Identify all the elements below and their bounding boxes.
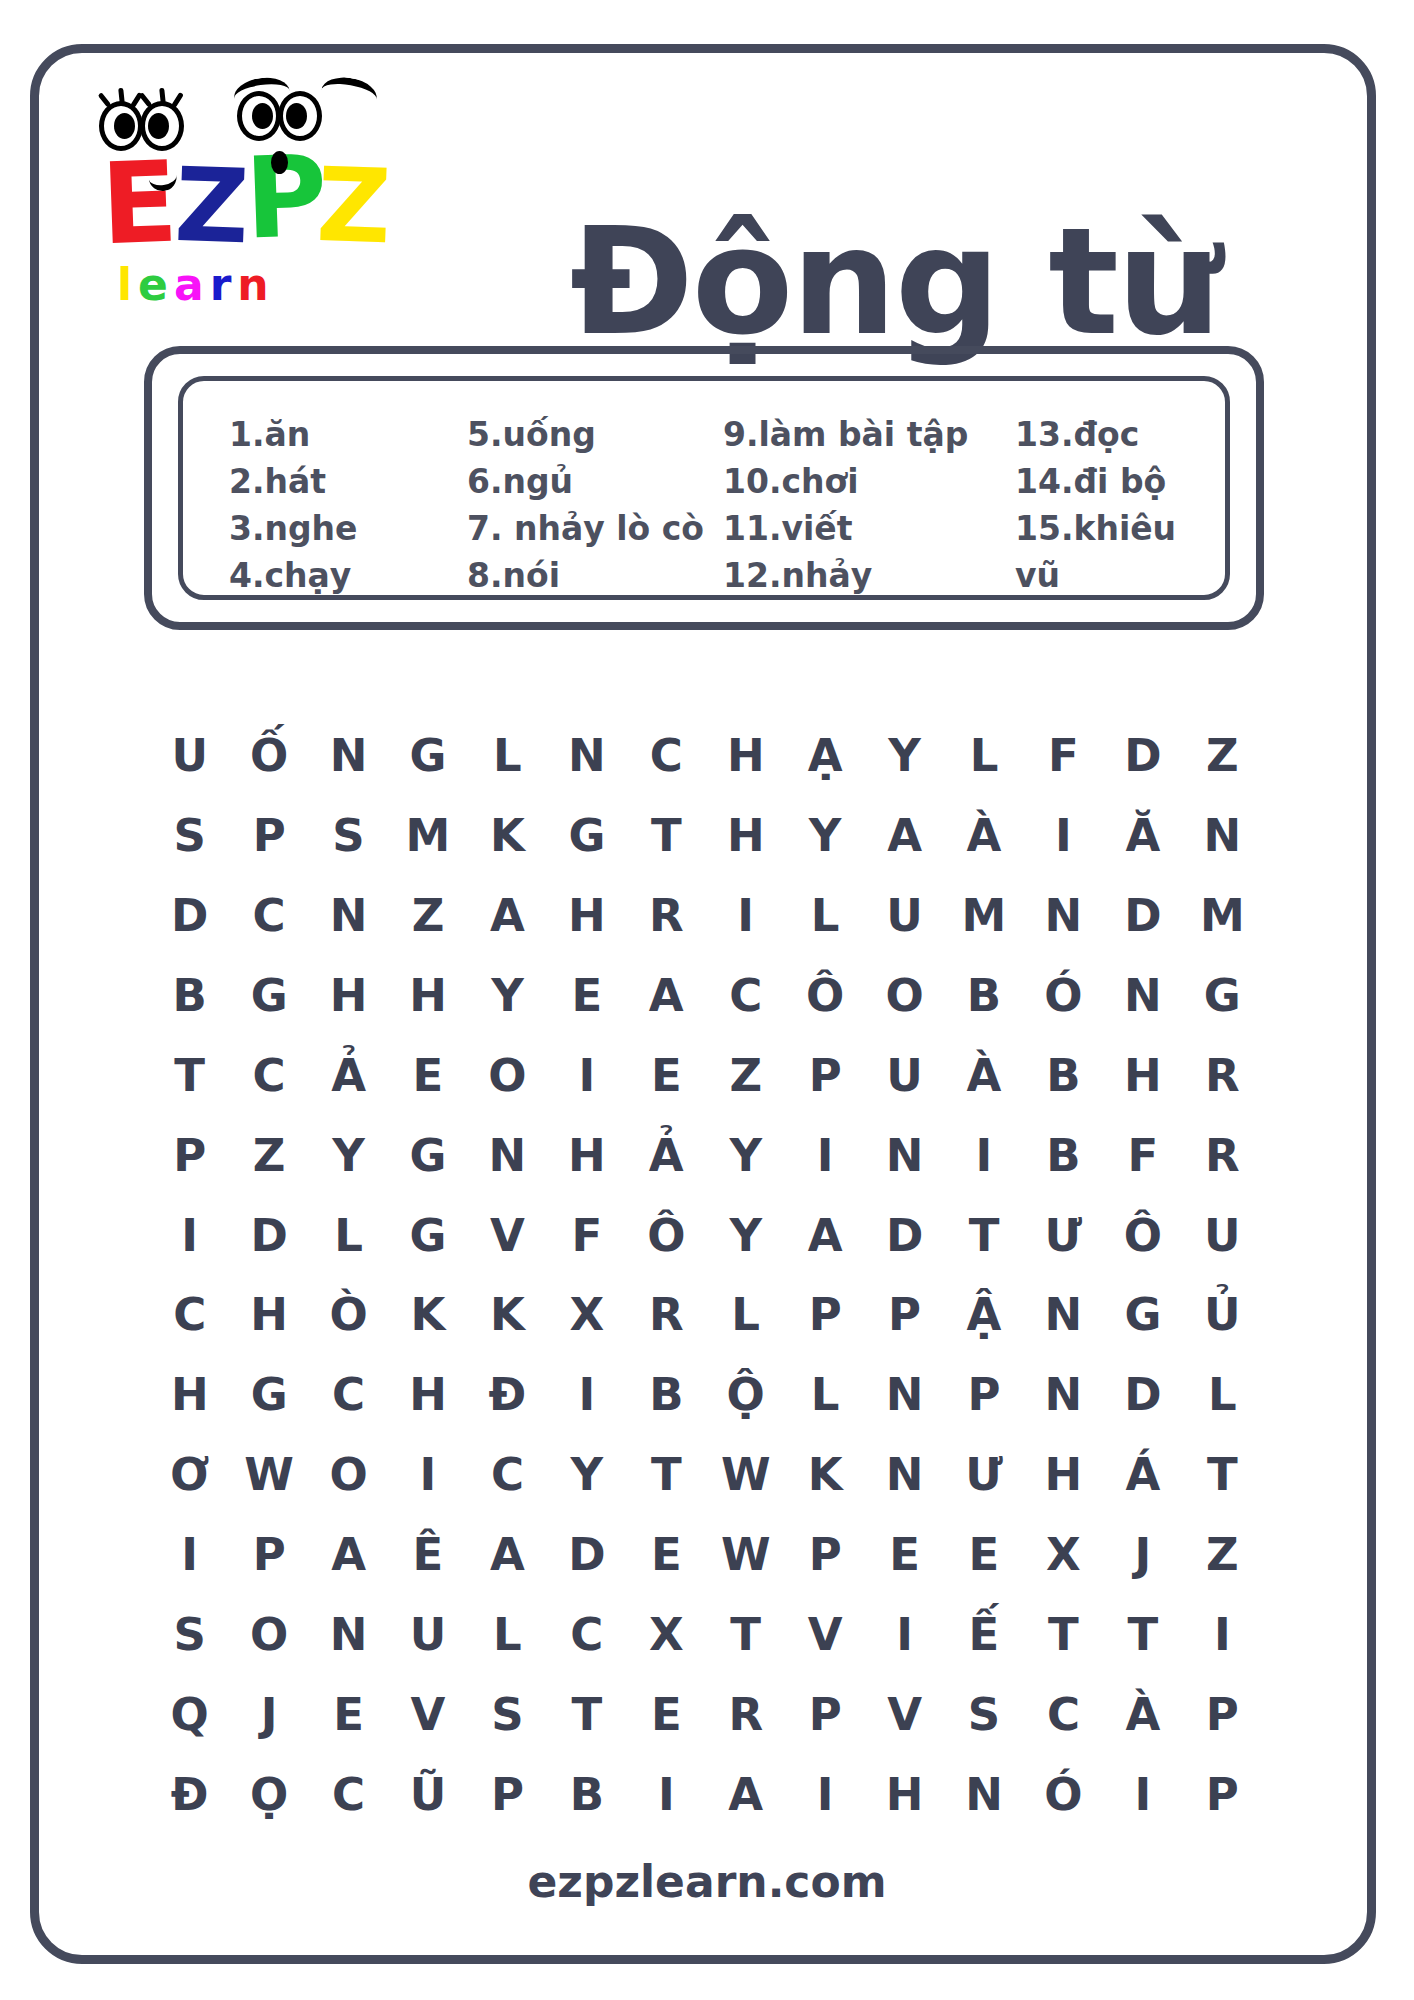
grid-cell-r14c14[interactable]: P (1183, 1754, 1262, 1834)
word-item-15: 15.khiêu vũ (1015, 505, 1225, 552)
grid-cell-r7c2[interactable]: D (229, 1195, 308, 1275)
grid-cell-r11c9[interactable]: P (785, 1515, 864, 1595)
grid-cell-r11c4[interactable]: Ê (388, 1515, 467, 1595)
grid-cell-r2c3[interactable]: S (309, 796, 388, 876)
grid-cell-r6c1[interactable]: P (150, 1115, 229, 1195)
grid-cell-r9c9[interactable]: L (785, 1355, 864, 1435)
grid-cell-r3c5[interactable]: A (468, 876, 547, 956)
surprised-mouth-icon (271, 151, 288, 174)
grid-cell-r10c12[interactable]: H (1024, 1435, 1103, 1515)
grid-cell-r8c2[interactable]: H (229, 1275, 308, 1355)
grid-cell-r14c10[interactable]: H (865, 1754, 944, 1834)
grid-cell-r6c13[interactable]: F (1103, 1115, 1182, 1195)
logo-letter-e: E (99, 146, 179, 261)
grid-cell-r4c7[interactable]: A (627, 956, 706, 1036)
grid-cell-r5c3[interactable]: Ả (309, 1035, 388, 1115)
grid-cell-r3c11[interactable]: M (944, 876, 1023, 956)
grid-cell-r6c10[interactable]: N (865, 1115, 944, 1195)
googly-eyes-lashes-icon (99, 101, 184, 151)
grid-cell-r10c2[interactable]: W (229, 1435, 308, 1515)
grid-cell-r11c14[interactable]: Z (1183, 1515, 1262, 1595)
grid-cell-r3c2[interactable]: C (229, 876, 308, 956)
grid-cell-r4c11[interactable]: B (944, 956, 1023, 1036)
grid-cell-r6c9[interactable]: I (785, 1115, 864, 1195)
word-list-box: 1.ăn 2.hát 3.nghe 4.chạy 5.uống 6.ngủ 7.… (144, 346, 1264, 630)
word-item-14: 14.đi bộ (1015, 458, 1225, 505)
grid-cell-r8c13[interactable]: G (1103, 1275, 1182, 1355)
grid-cell-r4c1[interactable]: B (150, 956, 229, 1036)
grid-cell-r13c12[interactable]: C (1024, 1674, 1103, 1754)
grid-cell-r10c7[interactable]: T (627, 1435, 706, 1515)
grid-cell-r14c6[interactable]: B (547, 1754, 626, 1834)
grid-cell-r8c12[interactable]: N (1024, 1275, 1103, 1355)
grid-cell-r1c13[interactable]: D (1103, 716, 1182, 796)
grid-cell-r6c4[interactable]: G (388, 1115, 467, 1195)
grid-cell-r14c4[interactable]: Ũ (388, 1754, 467, 1834)
word-item-3: 3.nghe (229, 505, 467, 552)
grid-cell-r4c8[interactable]: C (706, 956, 785, 1036)
logo-letter-z1: Z (173, 154, 250, 259)
site-url: ezpzlearn.com (0, 1856, 1414, 1907)
grid-cell-r12c7[interactable]: X (627, 1594, 706, 1674)
grid-cell-r13c14[interactable]: P (1183, 1674, 1262, 1754)
grid-cell-r9c3[interactable]: C (309, 1355, 388, 1435)
logo-learn-word: learn (117, 263, 275, 307)
learn-letter: e (138, 259, 174, 310)
grid-cell-r1c1[interactable]: U (150, 716, 229, 796)
grid-cell-r9c14[interactable]: L (1183, 1355, 1262, 1435)
grid-cell-r3c8[interactable]: I (706, 876, 785, 956)
grid-cell-r8c9[interactable]: P (785, 1275, 864, 1355)
grid-cell-r12c5[interactable]: L (468, 1594, 547, 1674)
grid-cell-r6c6[interactable]: H (547, 1115, 626, 1195)
grid-cell-r10c9[interactable]: K (785, 1435, 864, 1515)
grid-cell-r11c5[interactable]: A (468, 1515, 547, 1595)
grid-cell-r7c13[interactable]: Ô (1103, 1195, 1182, 1275)
grid-cell-r11c1[interactable]: I (150, 1515, 229, 1595)
grid-cell-r11c12[interactable]: X (1024, 1515, 1103, 1595)
grid-cell-r10c14[interactable]: T (1183, 1435, 1262, 1515)
grid-cell-r6c7[interactable]: Ả (627, 1115, 706, 1195)
grid-cell-r3c9[interactable]: L (785, 876, 864, 956)
grid-cell-r2c9[interactable]: Y (785, 796, 864, 876)
grid-cell-r13c7[interactable]: E (627, 1674, 706, 1754)
grid-cell-r5c1[interactable]: T (150, 1035, 229, 1115)
grid-cell-r3c4[interactable]: Z (388, 876, 467, 956)
googly-eyes-brows-icon (237, 91, 322, 141)
grid-cell-r12c8[interactable]: T (706, 1594, 785, 1674)
grid-cell-r1c10[interactable]: Y (865, 716, 944, 796)
grid-cell-r12c2[interactable]: O (229, 1594, 308, 1674)
grid-cell-r8c6[interactable]: X (547, 1275, 626, 1355)
grid-cell-r13c4[interactable]: V (388, 1674, 467, 1754)
grid-cell-r10c6[interactable]: Y (547, 1435, 626, 1515)
grid-cell-r12c12[interactable]: T (1024, 1594, 1103, 1674)
grid-cell-r6c12[interactable]: B (1024, 1115, 1103, 1195)
grid-cell-r8c5[interactable]: K (468, 1275, 547, 1355)
grid-cell-r10c1[interactable]: Ơ (150, 1435, 229, 1515)
grid-cell-r13c6[interactable]: T (547, 1674, 626, 1754)
grid-cell-r5c6[interactable]: I (547, 1035, 626, 1115)
learn-letter: a (174, 259, 210, 310)
grid-cell-r10c11[interactable]: Ư (944, 1435, 1023, 1515)
grid-cell-r7c8[interactable]: Y (706, 1195, 785, 1275)
word-item-13: 13.đọc (1015, 411, 1225, 458)
grid-cell-r13c1[interactable]: Q (150, 1674, 229, 1754)
word-item-7: 7. nhảy lò cò (467, 505, 723, 552)
grid-cell-r10c13[interactable]: Á (1103, 1435, 1182, 1515)
grid-cell-r2c7[interactable]: T (627, 796, 706, 876)
grid-cell-r5c2[interactable]: C (229, 1035, 308, 1115)
grid-cell-r12c6[interactable]: C (547, 1594, 626, 1674)
grid-cell-r7c1[interactable]: I (150, 1195, 229, 1275)
grid-cell-r5c14[interactable]: R (1183, 1035, 1262, 1115)
grid-cell-r12c14[interactable]: I (1183, 1594, 1262, 1674)
grid-cell-r4c2[interactable]: G (229, 956, 308, 1036)
grid-cell-r8c3[interactable]: Ò (309, 1275, 388, 1355)
grid-cell-r14c1[interactable]: Đ (150, 1754, 229, 1834)
word-item-9: 9.làm bài tập (723, 411, 1015, 458)
grid-cell-r11c11[interactable]: E (944, 1515, 1023, 1595)
grid-cell-r9c13[interactable]: D (1103, 1355, 1182, 1435)
grid-cell-r7c3[interactable]: L (309, 1195, 388, 1275)
grid-cell-r3c1[interactable]: D (150, 876, 229, 956)
grid-cell-r5c10[interactable]: U (865, 1035, 944, 1115)
grid-cell-r13c10[interactable]: V (865, 1674, 944, 1754)
grid-cell-r2c12[interactable]: I (1024, 796, 1103, 876)
grid-cell-r1c4[interactable]: G (388, 716, 467, 796)
grid-cell-r12c10[interactable]: I (865, 1594, 944, 1674)
grid-cell-r3c13[interactable]: D (1103, 876, 1182, 956)
grid-cell-r5c8[interactable]: Z (706, 1035, 785, 1115)
grid-cell-r9c5[interactable]: Đ (468, 1355, 547, 1435)
grid-cell-r13c8[interactable]: R (706, 1674, 785, 1754)
grid-cell-r6c11[interactable]: I (944, 1115, 1023, 1195)
grid-cell-r13c11[interactable]: S (944, 1674, 1023, 1754)
grid-cell-r5c9[interactable]: P (785, 1035, 864, 1115)
grid-cell-r10c10[interactable]: N (865, 1435, 944, 1515)
grid-cell-r7c12[interactable]: Ư (1024, 1195, 1103, 1275)
grid-cell-r5c5[interactable]: O (468, 1035, 547, 1115)
grid-cell-r4c4[interactable]: H (388, 956, 467, 1036)
grid-cell-r8c1[interactable]: C (150, 1275, 229, 1355)
grid-cell-r14c8[interactable]: A (706, 1754, 785, 1834)
grid-cell-r8c14[interactable]: Ủ (1183, 1275, 1262, 1355)
grid-cell-r7c9[interactable]: A (785, 1195, 864, 1275)
grid-cell-r2c1[interactable]: S (150, 796, 229, 876)
grid-cell-r1c11[interactable]: L (944, 716, 1023, 796)
word-list-inner-box: 1.ăn 2.hát 3.nghe 4.chạy 5.uống 6.ngủ 7.… (178, 376, 1230, 600)
grid-cell-r14c2[interactable]: Ọ (229, 1754, 308, 1834)
grid-cell-r4c13[interactable]: N (1103, 956, 1182, 1036)
grid-cell-r5c4[interactable]: E (388, 1035, 467, 1115)
grid-cell-r1c5[interactable]: L (468, 716, 547, 796)
grid-cell-r6c3[interactable]: Y (309, 1115, 388, 1195)
grid-cell-r10c8[interactable]: W (706, 1435, 785, 1515)
grid-cell-r13c2[interactable]: J (229, 1674, 308, 1754)
grid-cell-r4c14[interactable]: G (1183, 956, 1262, 1036)
grid-cell-r5c11[interactable]: À (944, 1035, 1023, 1115)
word-item-2: 2.hát (229, 458, 467, 505)
grid-cell-r7c5[interactable]: V (468, 1195, 547, 1275)
word-item-12: 12.nhảy (723, 552, 1015, 599)
grid-cell-r11c13[interactable]: J (1103, 1515, 1182, 1595)
grid-cell-r14c5[interactable]: P (468, 1754, 547, 1834)
grid-cell-r3c6[interactable]: H (547, 876, 626, 956)
grid-cell-r4c9[interactable]: Ô (785, 956, 864, 1036)
grid-cell-r7c10[interactable]: D (865, 1195, 944, 1275)
grid-cell-r6c5[interactable]: N (468, 1115, 547, 1195)
grid-cell-r8c8[interactable]: L (706, 1275, 785, 1355)
grid-cell-r1c2[interactable]: Ố (229, 716, 308, 796)
grid-cell-r1c9[interactable]: Ạ (785, 716, 864, 796)
grid-cell-r9c6[interactable]: I (547, 1355, 626, 1435)
grid-cell-r3c14[interactable]: M (1183, 876, 1262, 956)
grid-cell-r14c12[interactable]: Ó (1024, 1754, 1103, 1834)
grid-cell-r2c10[interactable]: A (865, 796, 944, 876)
grid-cell-r11c8[interactable]: W (706, 1515, 785, 1595)
grid-cell-r9c2[interactable]: G (229, 1355, 308, 1435)
grid-cell-r7c4[interactable]: G (388, 1195, 467, 1275)
grid-cell-r1c6[interactable]: N (547, 716, 626, 796)
grid-cell-r13c9[interactable]: P (785, 1674, 864, 1754)
grid-cell-r13c5[interactable]: S (468, 1674, 547, 1754)
learn-letter: n (237, 259, 274, 310)
grid-cell-r2c14[interactable]: N (1183, 796, 1262, 876)
learn-letter: r (210, 259, 238, 310)
grid-cell-r9c4[interactable]: H (388, 1355, 467, 1435)
grid-cell-r3c3[interactable]: N (309, 876, 388, 956)
grid-cell-r1c7[interactable]: C (627, 716, 706, 796)
grid-cell-r8c11[interactable]: Ậ (944, 1275, 1023, 1355)
grid-cell-r7c7[interactable]: Ô (627, 1195, 706, 1275)
grid-cell-r12c3[interactable]: N (309, 1594, 388, 1674)
grid-cell-r7c11[interactable]: T (944, 1195, 1023, 1275)
grid-cell-r11c3[interactable]: A (309, 1515, 388, 1595)
grid-cell-r9c10[interactable]: N (865, 1355, 944, 1435)
word-list: 1.ăn 2.hát 3.nghe 4.chạy 5.uống 6.ngủ 7.… (229, 411, 1225, 599)
grid-cell-r14c7[interactable]: I (627, 1754, 706, 1834)
grid-cell-r7c14[interactable]: U (1183, 1195, 1262, 1275)
grid-cell-r12c1[interactable]: S (150, 1594, 229, 1674)
grid-cell-r4c5[interactable]: Y (468, 956, 547, 1036)
grid-cell-r6c14[interactable]: R (1183, 1115, 1262, 1195)
grid-cell-r2c2[interactable]: P (229, 796, 308, 876)
grid-cell-r11c7[interactable]: E (627, 1515, 706, 1595)
grid-cell-r14c9[interactable]: I (785, 1754, 864, 1834)
grid-cell-r13c3[interactable]: E (309, 1674, 388, 1754)
learn-letter: l (117, 259, 138, 310)
grid-cell-r14c3[interactable]: C (309, 1754, 388, 1834)
grid-cell-r10c5[interactable]: C (468, 1435, 547, 1515)
grid-cell-r2c8[interactable]: H (706, 796, 785, 876)
grid-cell-r4c6[interactable]: E (547, 956, 626, 1036)
grid-cell-r1c12[interactable]: F (1024, 716, 1103, 796)
grid-cell-r9c8[interactable]: Ộ (706, 1355, 785, 1435)
grid-cell-r9c7[interactable]: B (627, 1355, 706, 1435)
grid-cell-r12c11[interactable]: Ế (944, 1594, 1023, 1674)
word-item-8: 8.nói (467, 552, 723, 599)
word-item-1: 1.ăn (229, 411, 467, 458)
grid-cell-r10c3[interactable]: O (309, 1435, 388, 1515)
grid-cell-r8c7[interactable]: R (627, 1275, 706, 1355)
word-item-4: 4.chạy (229, 552, 467, 599)
grid-cell-r9c11[interactable]: P (944, 1355, 1023, 1435)
grid-cell-r4c12[interactable]: Ó (1024, 956, 1103, 1036)
grid-cell-r6c8[interactable]: Y (706, 1115, 785, 1195)
grid-cell-r2c13[interactable]: Ă (1103, 796, 1182, 876)
grid-cell-r2c5[interactable]: K (468, 796, 547, 876)
word-item-11: 11.viết (723, 505, 1015, 552)
grid-cell-r2c11[interactable]: À (944, 796, 1023, 876)
grid-cell-r1c8[interactable]: H (706, 716, 785, 796)
grid-cell-r12c4[interactable]: U (388, 1594, 467, 1674)
word-search-grid[interactable]: UỐNGLNCHẠYLFDZSPSMKGTHYAÀIĂNDCNZAHRILUMN… (150, 716, 1262, 1834)
grid-cell-r3c7[interactable]: R (627, 876, 706, 956)
grid-cell-r5c13[interactable]: H (1103, 1035, 1182, 1115)
grid-cell-r11c6[interactable]: D (547, 1515, 626, 1595)
grid-cell-r9c1[interactable]: H (150, 1355, 229, 1435)
grid-cell-r11c10[interactable]: E (865, 1515, 944, 1595)
word-item-6: 6.ngủ (467, 458, 723, 505)
grid-cell-r7c6[interactable]: F (547, 1195, 626, 1275)
grid-cell-r12c9[interactable]: V (785, 1594, 864, 1674)
grid-cell-r5c12[interactable]: B (1024, 1035, 1103, 1115)
grid-cell-r2c6[interactable]: G (547, 796, 626, 876)
grid-cell-r1c14[interactable]: Z (1183, 716, 1262, 796)
grid-cell-r3c12[interactable]: N (1024, 876, 1103, 956)
grid-cell-r10c4[interactable]: I (388, 1435, 467, 1515)
grid-cell-r5c7[interactable]: E (627, 1035, 706, 1115)
word-item-10: 10.chơi (723, 458, 1015, 505)
grid-cell-r8c10[interactable]: P (865, 1275, 944, 1355)
grid-cell-r4c3[interactable]: H (309, 956, 388, 1036)
grid-cell-r14c13[interactable]: I (1103, 1754, 1182, 1834)
word-item-5: 5.uống (467, 411, 723, 458)
grid-cell-r4c10[interactable]: O (865, 956, 944, 1036)
grid-cell-r13c13[interactable]: À (1103, 1674, 1182, 1754)
grid-cell-r6c2[interactable]: Z (229, 1115, 308, 1195)
ezpz-learn-logo: E Z P Z learn (95, 85, 395, 305)
grid-cell-r14c11[interactable]: N (944, 1754, 1023, 1834)
logo-letter-z2: Z (315, 154, 392, 259)
grid-cell-r9c12[interactable]: N (1024, 1355, 1103, 1435)
grid-cell-r12c13[interactable]: T (1103, 1594, 1182, 1674)
grid-cell-r2c4[interactable]: M (388, 796, 467, 876)
grid-cell-r1c3[interactable]: N (309, 716, 388, 796)
grid-cell-r3c10[interactable]: U (865, 876, 944, 956)
grid-cell-r11c2[interactable]: P (229, 1515, 308, 1595)
grid-cell-r8c4[interactable]: K (388, 1275, 467, 1355)
